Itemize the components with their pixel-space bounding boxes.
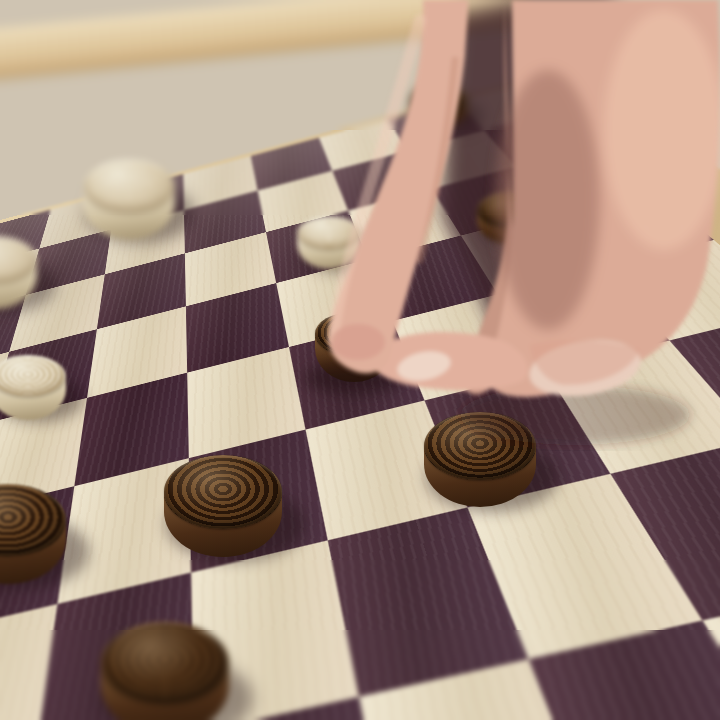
checker-piece-light[interactable] <box>297 216 361 269</box>
held-piece-shadow <box>304 362 404 394</box>
checker-piece-light[interactable] <box>0 355 66 420</box>
piece-top-rings <box>477 192 543 227</box>
piece-top-rings <box>101 622 229 704</box>
piece-top-rings <box>411 85 467 114</box>
piece-top-rings <box>164 455 282 529</box>
checker-piece-dark[interactable] <box>424 412 536 508</box>
checker-piece-light[interactable] <box>83 159 175 240</box>
checker-piece-dark[interactable] <box>0 484 66 584</box>
checker-piece-dark[interactable] <box>411 85 467 128</box>
piece-top-rings <box>297 216 361 250</box>
checker-piece-dark[interactable] <box>164 455 282 557</box>
checker-piece-dark[interactable] <box>477 192 543 243</box>
piece-top-rings <box>83 159 175 212</box>
pieces-layer <box>0 0 720 720</box>
piece-top-rings <box>315 312 393 355</box>
checker-piece-light[interactable] <box>0 236 37 309</box>
piece-top-rings <box>424 412 536 481</box>
checker-piece-dark[interactable] <box>101 622 229 720</box>
photo-of-checkers-game <box>0 0 720 720</box>
